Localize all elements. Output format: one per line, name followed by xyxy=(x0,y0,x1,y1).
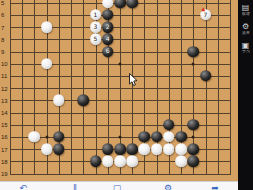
white-stone xyxy=(41,143,53,155)
sidebar-item-label: 棋谱 xyxy=(242,12,250,16)
sidebar-item-settings[interactable]: ⚙ 设置 xyxy=(240,22,252,37)
black-stone xyxy=(102,9,114,21)
judge-icon[interactable]: ▢ xyxy=(113,183,122,190)
black-stone xyxy=(126,143,138,155)
white-stone xyxy=(41,58,53,70)
grid-line xyxy=(10,39,231,40)
white-stone xyxy=(29,131,41,143)
star-point xyxy=(192,135,195,138)
grid-line xyxy=(10,15,231,16)
black-stone xyxy=(126,0,138,8)
go-board[interactable]: 56789101112131415161718191732546 xyxy=(0,0,238,182)
row-coordinate-label: 15 xyxy=(1,122,9,128)
black-stone xyxy=(102,143,114,155)
row-coordinate-label: 7 xyxy=(1,25,9,31)
settings-icon[interactable]: ⚙ xyxy=(164,183,172,190)
grid-line xyxy=(10,88,231,89)
black-stone: 2 xyxy=(102,21,114,33)
white-stone: 3 xyxy=(90,21,102,33)
grid-line xyxy=(10,76,231,77)
undo-icon[interactable]: ↶ xyxy=(19,183,27,190)
board-icon: ▣ xyxy=(242,41,250,50)
star-point xyxy=(118,62,121,65)
white-stone xyxy=(175,156,187,168)
white-stone xyxy=(41,21,53,33)
white-stone: 1 xyxy=(90,9,102,21)
pass-icon[interactable]: ∥ xyxy=(73,183,78,190)
white-stone xyxy=(102,0,114,8)
row-coordinate-label: 14 xyxy=(1,110,9,116)
white-stone xyxy=(53,95,65,107)
black-stone xyxy=(53,131,65,143)
grid-line xyxy=(10,174,231,175)
black-stone xyxy=(90,156,102,168)
black-stone xyxy=(114,143,126,155)
row-coordinate-label: 16 xyxy=(1,134,9,140)
black-stone xyxy=(175,131,187,143)
star-point xyxy=(192,62,195,65)
black-stone xyxy=(163,119,175,131)
share-icon[interactable]: ➦ xyxy=(211,183,219,190)
white-stone xyxy=(163,143,175,155)
black-stone xyxy=(188,46,200,58)
white-stone xyxy=(151,143,163,155)
white-stone: 7 xyxy=(200,9,212,21)
black-stone: 4 xyxy=(102,34,114,46)
row-coordinate-label: 12 xyxy=(1,86,9,92)
white-stone xyxy=(163,131,175,143)
black-stone xyxy=(53,143,65,155)
star-point xyxy=(118,135,121,138)
row-coordinate-label: 13 xyxy=(1,98,9,104)
grid-line xyxy=(10,113,231,114)
move-number: 4 xyxy=(106,36,110,42)
star-point xyxy=(45,135,48,138)
white-stone xyxy=(102,156,114,168)
sidebar-item-label: 学习 xyxy=(242,50,250,54)
move-number: 7 xyxy=(204,12,208,18)
sidebar-item-kifu[interactable]: ▤ 棋谱 xyxy=(240,3,252,18)
kifu-icon: ▤ xyxy=(242,3,250,12)
black-stone xyxy=(139,131,151,143)
row-coordinate-label: 10 xyxy=(1,61,9,67)
mouse-cursor xyxy=(129,73,139,91)
row-coordinate-label: 19 xyxy=(1,171,9,177)
right-sidebar: ▤ 棋谱 ⚙ 设置 ▣ 学习 xyxy=(238,0,253,190)
move-number: 5 xyxy=(94,36,98,42)
white-stone xyxy=(126,156,138,168)
move-number: 2 xyxy=(106,24,110,30)
white-stone: 5 xyxy=(90,34,102,46)
white-stone xyxy=(175,143,187,155)
row-coordinate-label: 6 xyxy=(1,12,9,18)
black-stone xyxy=(200,70,212,82)
sidebar-item-study[interactable]: ▣ 学习 xyxy=(240,41,252,56)
white-stone xyxy=(139,143,151,155)
black-stone xyxy=(188,156,200,168)
bottom-toolbar: ↶ ∥ ▢ ⚙ ➦ xyxy=(0,181,238,190)
black-stone xyxy=(188,119,200,131)
row-coordinate-label: 17 xyxy=(1,147,9,153)
last-move-marker-icon xyxy=(201,8,205,12)
row-coordinate-label: 8 xyxy=(1,37,9,43)
black-stone xyxy=(78,95,90,107)
black-stone: 6 xyxy=(102,46,114,58)
move-number: 1 xyxy=(94,12,98,18)
row-coordinate-label: 9 xyxy=(1,49,9,55)
move-number: 6 xyxy=(106,49,110,55)
gear-icon: ⚙ xyxy=(242,22,249,31)
sidebar-item-label: 设置 xyxy=(242,31,250,35)
row-coordinate-label: 18 xyxy=(1,159,9,165)
black-stone xyxy=(188,143,200,155)
row-coordinate-label: 11 xyxy=(1,73,9,79)
black-stone xyxy=(151,131,163,143)
grid-line xyxy=(10,100,231,101)
row-coordinate-label: 5 xyxy=(1,0,9,6)
white-stone xyxy=(114,156,126,168)
move-number: 3 xyxy=(94,24,98,30)
black-stone xyxy=(114,0,126,8)
